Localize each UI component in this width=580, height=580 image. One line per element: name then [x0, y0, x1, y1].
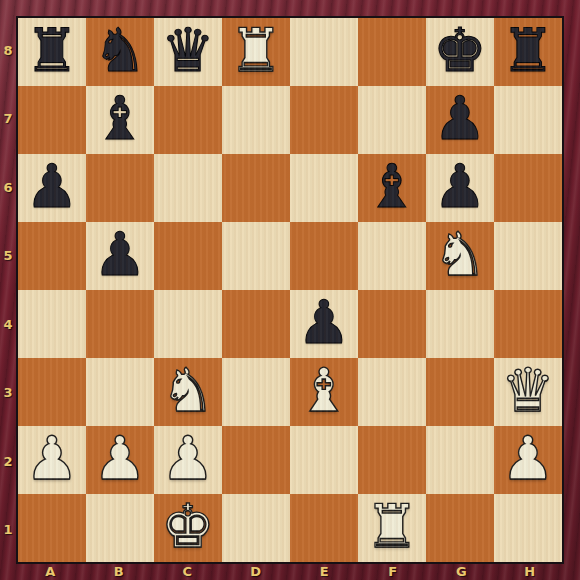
piece-black-king-g8[interactable]: ♚: [433, 20, 487, 80]
rank-label-4: 4: [0, 290, 16, 359]
file-label-c: C: [153, 562, 222, 580]
piece-black-pawn-g6[interactable]: ♟: [433, 156, 487, 216]
piece-white-bishop-e3[interactable]: ♝: [297, 360, 351, 420]
square-h5[interactable]: [494, 222, 562, 290]
piece-white-pawn-c2[interactable]: ♟: [161, 428, 215, 488]
square-a5[interactable]: [18, 222, 86, 290]
square-d5[interactable]: [222, 222, 290, 290]
square-e3[interactable]: ♝: [290, 358, 358, 426]
square-f1[interactable]: ♜: [358, 494, 426, 562]
square-e1[interactable]: [290, 494, 358, 562]
square-g4[interactable]: [426, 290, 494, 358]
square-f8[interactable]: [358, 18, 426, 86]
square-a1[interactable]: [18, 494, 86, 562]
piece-black-pawn-g7[interactable]: ♟: [433, 88, 487, 148]
square-g1[interactable]: [426, 494, 494, 562]
square-f6[interactable]: ♝: [358, 154, 426, 222]
piece-black-pawn-b5[interactable]: ♟: [93, 224, 147, 284]
square-d4[interactable]: [222, 290, 290, 358]
square-e8[interactable]: [290, 18, 358, 86]
square-d8[interactable]: ♜: [222, 18, 290, 86]
square-a7[interactable]: [18, 86, 86, 154]
rank-label-8: 8: [0, 16, 16, 85]
square-c4[interactable]: [154, 290, 222, 358]
square-g3[interactable]: [426, 358, 494, 426]
piece-white-rook-d8[interactable]: ♜: [229, 20, 283, 80]
square-e4[interactable]: ♟: [290, 290, 358, 358]
rank-label-5: 5: [0, 222, 16, 291]
square-e2[interactable]: [290, 426, 358, 494]
piece-black-knight-b8[interactable]: ♞: [93, 20, 147, 80]
square-c8[interactable]: ♛: [154, 18, 222, 86]
square-h3[interactable]: ♛: [494, 358, 562, 426]
piece-white-queen-h3[interactable]: ♛: [501, 360, 555, 420]
square-b5[interactable]: ♟: [86, 222, 154, 290]
square-f5[interactable]: [358, 222, 426, 290]
square-e7[interactable]: [290, 86, 358, 154]
square-c6[interactable]: [154, 154, 222, 222]
square-g2[interactable]: [426, 426, 494, 494]
piece-black-bishop-f6[interactable]: ♝: [365, 156, 419, 216]
square-d2[interactable]: [222, 426, 290, 494]
square-b1[interactable]: [86, 494, 154, 562]
file-labels: ABCDEFGH: [16, 562, 564, 580]
square-a6[interactable]: ♟: [18, 154, 86, 222]
rank-label-6: 6: [0, 153, 16, 222]
square-e5[interactable]: [290, 222, 358, 290]
file-label-h: H: [496, 562, 565, 580]
square-h2[interactable]: ♟: [494, 426, 562, 494]
square-h7[interactable]: [494, 86, 562, 154]
square-h1[interactable]: [494, 494, 562, 562]
square-a4[interactable]: [18, 290, 86, 358]
square-b8[interactable]: ♞: [86, 18, 154, 86]
piece-black-bishop-b7[interactable]: ♝: [93, 88, 147, 148]
file-label-d: D: [222, 562, 291, 580]
square-d7[interactable]: [222, 86, 290, 154]
file-label-b: B: [85, 562, 154, 580]
square-b3[interactable]: [86, 358, 154, 426]
square-c2[interactable]: ♟: [154, 426, 222, 494]
square-f3[interactable]: [358, 358, 426, 426]
square-g8[interactable]: ♚: [426, 18, 494, 86]
piece-white-knight-g5[interactable]: ♞: [433, 224, 487, 284]
piece-white-knight-c3[interactable]: ♞: [161, 360, 215, 420]
piece-white-pawn-b2[interactable]: ♟: [93, 428, 147, 488]
square-g6[interactable]: ♟: [426, 154, 494, 222]
rank-labels: 87654321: [0, 16, 16, 564]
square-c3[interactable]: ♞: [154, 358, 222, 426]
square-b4[interactable]: [86, 290, 154, 358]
square-b7[interactable]: ♝: [86, 86, 154, 154]
piece-white-pawn-a2[interactable]: ♟: [25, 428, 79, 488]
square-g5[interactable]: ♞: [426, 222, 494, 290]
board-frame: ♜♞♛♜♚♜♝♟♟♝♟♟♞♟♞♝♛♟♟♟♟♚♜: [16, 16, 564, 564]
square-g7[interactable]: ♟: [426, 86, 494, 154]
piece-black-pawn-a6[interactable]: ♟: [25, 156, 79, 216]
square-c7[interactable]: [154, 86, 222, 154]
square-a8[interactable]: ♜: [18, 18, 86, 86]
rank-label-2: 2: [0, 427, 16, 496]
square-h6[interactable]: [494, 154, 562, 222]
rank-label-3: 3: [0, 359, 16, 428]
piece-white-rook-f1[interactable]: ♜: [365, 496, 419, 556]
square-f7[interactable]: [358, 86, 426, 154]
piece-black-rook-h8[interactable]: ♜: [501, 20, 555, 80]
piece-white-pawn-h2[interactable]: ♟: [501, 428, 555, 488]
square-d1[interactable]: [222, 494, 290, 562]
file-label-a: A: [16, 562, 85, 580]
square-b6[interactable]: [86, 154, 154, 222]
rank-label-7: 7: [0, 85, 16, 154]
square-c1[interactable]: ♚: [154, 494, 222, 562]
file-label-g: G: [427, 562, 496, 580]
piece-black-queen-c8[interactable]: ♛: [161, 20, 215, 80]
square-d3[interactable]: [222, 358, 290, 426]
file-label-e: E: [290, 562, 359, 580]
square-h4[interactable]: [494, 290, 562, 358]
piece-black-pawn-e4[interactable]: ♟: [297, 292, 351, 352]
square-e6[interactable]: [290, 154, 358, 222]
chess-board: ♜♞♛♜♚♜♝♟♟♝♟♟♞♟♞♝♛♟♟♟♟♚♜: [18, 18, 562, 562]
square-f4[interactable]: [358, 290, 426, 358]
square-d6[interactable]: [222, 154, 290, 222]
square-c5[interactable]: [154, 222, 222, 290]
square-a2[interactable]: ♟: [18, 426, 86, 494]
rank-label-1: 1: [0, 496, 16, 565]
square-b2[interactable]: ♟: [86, 426, 154, 494]
square-h8[interactable]: ♜: [494, 18, 562, 86]
square-a3[interactable]: [18, 358, 86, 426]
piece-black-rook-a8[interactable]: ♜: [25, 20, 79, 80]
chess-diagram: ♜♞♛♜♚♜♝♟♟♝♟♟♞♟♞♝♛♟♟♟♟♚♜ 87654321 ABCDEFG…: [0, 0, 580, 580]
file-label-f: F: [359, 562, 428, 580]
piece-white-king-c1[interactable]: ♚: [161, 496, 215, 556]
square-f2[interactable]: [358, 426, 426, 494]
